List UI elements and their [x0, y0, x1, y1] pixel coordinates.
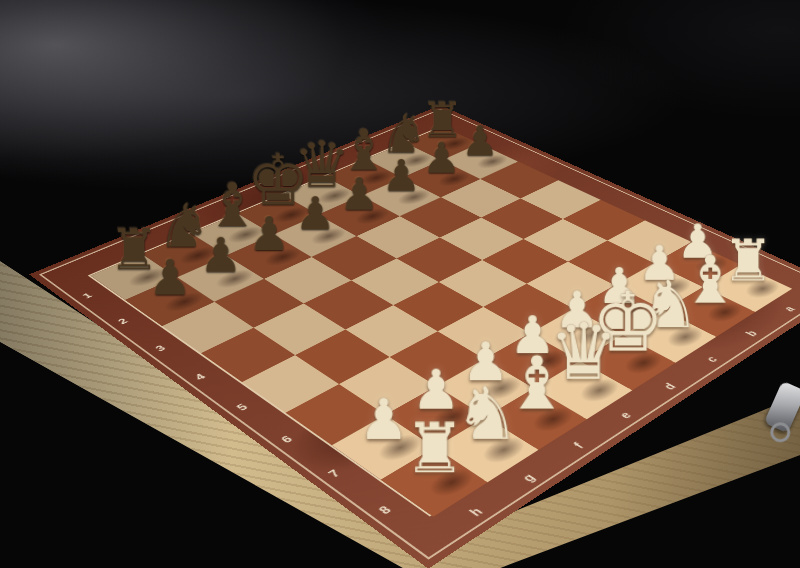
- file-label-h: h: [466, 505, 486, 519]
- pawn-icon: ♟: [138, 222, 201, 301]
- rank-label-1: 1: [79, 291, 94, 300]
- file-label-d: d: [660, 381, 679, 392]
- rank-label-4: 4: [191, 371, 207, 381]
- chessboard: ♜♞♝♚♛♝♞♜♟♟♟♟♟♟♟♟♟♟♟♟♟♟♟♟♜♞♝♛♚♞♝♜ 1234567…: [29, 105, 800, 568]
- rank-label-5: 5: [233, 401, 250, 412]
- file-label-c: c: [703, 354, 721, 364]
- chess-set-photo: ♜♞♝♚♛♝♞♜♟♟♟♟♟♟♟♟♟♟♟♟♟♟♟♟♜♞♝♛♚♞♝♜ 1234567…: [0, 0, 800, 568]
- file-label-g: g: [519, 471, 539, 484]
- rank-label-6: 6: [277, 433, 295, 445]
- piece-dark-pawn-h2: ♟: [125, 277, 214, 326]
- square-h8: ♜: [381, 448, 488, 517]
- rook-icon: ♜: [396, 387, 471, 481]
- piece-light-rook-h8: ♜: [381, 448, 488, 517]
- square-e4: [351, 258, 439, 305]
- square-h2: ♟: [125, 277, 214, 326]
- file-label-e: e: [616, 410, 635, 421]
- board-grid: ♜♞♝♚♛♝♞♜♟♟♟♟♟♟♟♟♟♟♟♟♟♟♟♟♜♞♝♛♚♞♝♜: [88, 126, 790, 516]
- perspective-stage: ♜♞♝♚♛♝♞♜♟♟♟♟♟♟♟♟♟♟♟♟♟♟♟♟♜♞♝♛♚♞♝♜ 1234567…: [0, 0, 800, 568]
- file-label-a: a: [780, 304, 797, 313]
- file-label-f: f: [570, 440, 587, 450]
- rank-label-3: 3: [152, 343, 168, 353]
- file-label-b: b: [742, 328, 760, 338]
- rank-label-2: 2: [115, 316, 130, 325]
- rank-label-7: 7: [324, 467, 342, 479]
- rank-label-8: 8: [374, 503, 393, 516]
